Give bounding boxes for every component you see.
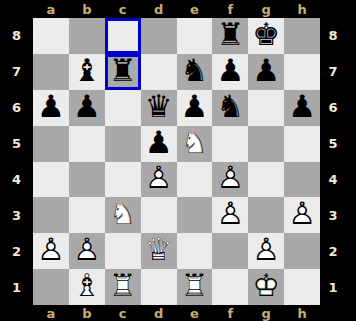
- black-pawn-piece[interactable]: ♟: [212, 54, 248, 90]
- black-pawn-glyph: ♟: [212, 55, 248, 86]
- file-label-c-bottom: c: [105, 305, 141, 321]
- file-label-b-top: b: [69, 0, 105, 18]
- square-d3[interactable]: [141, 197, 177, 233]
- white-pawn-outline: ♙: [69, 234, 105, 265]
- white-queen-piece[interactable]: ♛♕: [141, 233, 177, 269]
- white-knight-outline: ♘: [177, 127, 213, 158]
- white-pawn-piece[interactable]: ♟♙: [141, 162, 177, 198]
- square-a5[interactable]: [33, 126, 69, 162]
- square-e2[interactable]: [177, 233, 213, 269]
- black-pawn-piece[interactable]: ♟: [284, 90, 320, 126]
- black-queen-glyph: ♛: [141, 91, 177, 122]
- rank-label-2-right: 2: [320, 233, 346, 269]
- white-rook-piece[interactable]: ♜♖: [177, 269, 213, 305]
- square-f1[interactable]: [212, 269, 248, 305]
- file-label-a-top: a: [33, 0, 69, 18]
- file-label-d-bottom: d: [141, 305, 177, 321]
- white-pawn-outline: ♙: [248, 234, 284, 265]
- square-b8[interactable]: [69, 18, 105, 54]
- square-a1[interactable]: [33, 269, 69, 305]
- file-label-g-bottom: g: [248, 305, 284, 321]
- square-d6[interactable]: ♛: [141, 90, 177, 126]
- square-g8[interactable]: ♚: [248, 18, 284, 54]
- black-rook-piece[interactable]: ♜: [212, 18, 248, 54]
- black-knight-piece[interactable]: ♞: [212, 90, 248, 126]
- black-rook-piece[interactable]: ♜: [105, 54, 141, 90]
- black-bishop-piece[interactable]: ♝: [69, 54, 105, 90]
- square-b3[interactable]: [69, 197, 105, 233]
- square-b4[interactable]: [69, 162, 105, 198]
- square-g7[interactable]: ♟: [248, 54, 284, 90]
- rank-label-5-left: 5: [0, 126, 33, 162]
- square-b1[interactable]: ♝♗: [69, 269, 105, 305]
- rank-label-7-right: 7: [320, 54, 346, 90]
- black-queen-piece[interactable]: ♛: [141, 90, 177, 126]
- black-pawn-piece[interactable]: ♟: [248, 54, 284, 90]
- square-c3[interactable]: ♞♘: [105, 197, 141, 233]
- white-king-outline: ♔: [248, 270, 284, 301]
- square-c8[interactable]: [105, 18, 141, 54]
- chess-board-window: abcdefgh 87654321 ♜♚♝♜♞♟♟♟♟♛♟♞♟♟♞♘♟♙♟♙♞♘…: [0, 0, 356, 321]
- square-h3[interactable]: ♟♙: [284, 197, 320, 233]
- rank-labels-left: 87654321: [0, 18, 33, 305]
- rank-label-1-left: 1: [0, 269, 33, 305]
- black-pawn-piece[interactable]: ♟: [33, 90, 69, 126]
- square-b6[interactable]: ♟: [69, 90, 105, 126]
- square-g2[interactable]: ♟♙: [248, 233, 284, 269]
- rank-label-4-right: 4: [320, 162, 346, 198]
- square-e3[interactable]: [177, 197, 213, 233]
- black-knight-glyph: ♞: [177, 55, 213, 86]
- board: ♜♚♝♜♞♟♟♟♟♛♟♞♟♟♞♘♟♙♟♙♞♘♟♙♟♙♟♙♟♙♛♕♟♙♝♗♜♖♜♖…: [33, 18, 320, 305]
- white-pawn-piece[interactable]: ♟♙: [248, 233, 284, 269]
- square-d1[interactable]: [141, 269, 177, 305]
- rank-label-8-left: 8: [0, 18, 33, 54]
- square-h2[interactable]: [284, 233, 320, 269]
- square-d8[interactable]: [141, 18, 177, 54]
- white-knight-outline: ♘: [105, 199, 141, 230]
- white-rook-outline: ♖: [177, 270, 213, 301]
- square-f7[interactable]: ♟: [212, 54, 248, 90]
- rank-label-3-left: 3: [0, 197, 33, 233]
- square-a4[interactable]: [33, 162, 69, 198]
- square-e5[interactable]: ♞♘: [177, 126, 213, 162]
- square-c5[interactable]: [105, 126, 141, 162]
- black-knight-glyph: ♞: [212, 91, 248, 122]
- square-c6[interactable]: [105, 90, 141, 126]
- square-a6[interactable]: ♟: [33, 90, 69, 126]
- rank-label-1-right: 1: [320, 269, 346, 305]
- white-pawn-piece[interactable]: ♟♙: [284, 197, 320, 233]
- black-king-piece[interactable]: ♚: [248, 18, 284, 54]
- rank-label-3-right: 3: [320, 197, 346, 233]
- black-pawn-piece[interactable]: ♟: [69, 90, 105, 126]
- white-pawn-piece[interactable]: ♟♙: [212, 162, 248, 198]
- square-f2[interactable]: [212, 233, 248, 269]
- square-b7[interactable]: ♝: [69, 54, 105, 90]
- white-bishop-piece[interactable]: ♝♗: [69, 269, 105, 305]
- white-pawn-piece[interactable]: ♟♙: [69, 233, 105, 269]
- black-king-glyph: ♚: [248, 19, 284, 50]
- white-pawn-outline: ♙: [212, 199, 248, 230]
- square-e8[interactable]: [177, 18, 213, 54]
- file-labels-bottom: abcdefgh: [33, 305, 320, 321]
- square-b2[interactable]: ♟♙: [69, 233, 105, 269]
- file-label-e-top: e: [177, 0, 213, 18]
- square-d7[interactable]: [141, 54, 177, 90]
- rank-label-8-right: 8: [320, 18, 346, 54]
- square-h8[interactable]: [284, 18, 320, 54]
- file-label-h-top: h: [284, 0, 320, 18]
- white-pawn-outline: ♙: [33, 234, 69, 265]
- black-pawn-glyph: ♟: [284, 91, 320, 122]
- square-a7[interactable]: [33, 54, 69, 90]
- black-rook-glyph: ♜: [212, 19, 248, 50]
- square-d4[interactable]: ♟♙: [141, 162, 177, 198]
- square-h4[interactable]: [284, 162, 320, 198]
- file-label-d-top: d: [141, 0, 177, 18]
- square-d2[interactable]: ♛♕: [141, 233, 177, 269]
- rank-label-2-left: 2: [0, 233, 33, 269]
- black-rook-glyph: ♜: [105, 55, 141, 86]
- square-f5[interactable]: [212, 126, 248, 162]
- square-g4[interactable]: [248, 162, 284, 198]
- square-h1[interactable]: [284, 269, 320, 305]
- square-e1[interactable]: ♜♖: [177, 269, 213, 305]
- white-pawn-outline: ♙: [284, 199, 320, 230]
- rank-label-6-right: 6: [320, 90, 346, 126]
- black-pawn-glyph: ♟: [248, 55, 284, 86]
- square-f4[interactable]: ♟♙: [212, 162, 248, 198]
- square-f3[interactable]: ♟♙: [212, 197, 248, 233]
- rank-label-5-right: 5: [320, 126, 346, 162]
- rank-label-6-left: 6: [0, 90, 33, 126]
- square-h7[interactable]: [284, 54, 320, 90]
- white-king-piece[interactable]: ♚♔: [248, 269, 284, 305]
- file-label-b-bottom: b: [69, 305, 105, 321]
- white-rook-outline: ♖: [105, 270, 141, 301]
- square-c2[interactable]: [105, 233, 141, 269]
- file-label-f-bottom: f: [212, 305, 248, 321]
- black-pawn-glyph: ♟: [69, 91, 105, 122]
- white-pawn-outline: ♙: [212, 163, 248, 194]
- black-pawn-piece[interactable]: ♟: [177, 90, 213, 126]
- square-d5[interactable]: ♟: [141, 126, 177, 162]
- square-c1[interactable]: ♜♖: [105, 269, 141, 305]
- square-a2[interactable]: ♟♙: [33, 233, 69, 269]
- square-a8[interactable]: [33, 18, 69, 54]
- white-queen-outline: ♕: [141, 234, 177, 265]
- square-g6[interactable]: [248, 90, 284, 126]
- white-pawn-piece[interactable]: ♟♙: [33, 233, 69, 269]
- square-c7[interactable]: ♜: [105, 54, 141, 90]
- white-knight-piece[interactable]: ♞♘: [177, 126, 213, 162]
- black-pawn-glyph: ♟: [177, 91, 213, 122]
- black-pawn-glyph: ♟: [33, 91, 69, 122]
- square-e7[interactable]: ♞: [177, 54, 213, 90]
- file-label-a-bottom: a: [33, 305, 69, 321]
- square-e6[interactable]: ♟: [177, 90, 213, 126]
- square-g5[interactable]: [248, 126, 284, 162]
- square-h6[interactable]: ♟: [284, 90, 320, 126]
- file-label-h-bottom: h: [284, 305, 320, 321]
- black-bishop-glyph: ♝: [69, 55, 105, 86]
- square-e4[interactable]: [177, 162, 213, 198]
- black-knight-piece[interactable]: ♞: [177, 54, 213, 90]
- square-h5[interactable]: [284, 126, 320, 162]
- rank-label-4-left: 4: [0, 162, 33, 198]
- black-pawn-glyph: ♟: [141, 127, 177, 158]
- white-bishop-outline: ♗: [69, 270, 105, 301]
- white-rook-piece[interactable]: ♜♖: [105, 269, 141, 305]
- white-pawn-outline: ♙: [141, 163, 177, 194]
- square-g3[interactable]: [248, 197, 284, 233]
- file-label-c-top: c: [105, 0, 141, 18]
- white-knight-piece[interactable]: ♞♘: [105, 197, 141, 233]
- white-pawn-piece[interactable]: ♟♙: [212, 197, 248, 233]
- file-label-e-bottom: e: [177, 305, 213, 321]
- square-c4[interactable]: [105, 162, 141, 198]
- square-b5[interactable]: [69, 126, 105, 162]
- square-f6[interactable]: ♞: [212, 90, 248, 126]
- rank-labels-right: 87654321: [320, 18, 346, 305]
- square-a3[interactable]: [33, 197, 69, 233]
- rank-label-7-left: 7: [0, 54, 33, 90]
- square-f8[interactable]: ♜: [212, 18, 248, 54]
- black-pawn-piece[interactable]: ♟: [141, 126, 177, 162]
- square-g1[interactable]: ♚♔: [248, 269, 284, 305]
